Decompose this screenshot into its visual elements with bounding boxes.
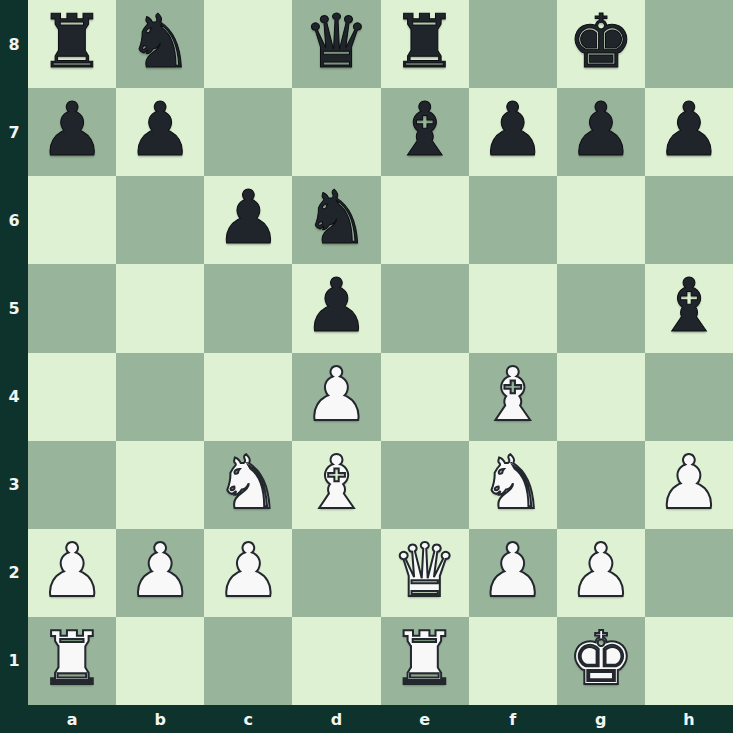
square-c3[interactable]: ♞ [204,441,292,529]
square-e4[interactable] [381,353,469,441]
square-f3[interactable]: ♞ [469,441,557,529]
square-g5[interactable] [557,264,645,352]
rank-label-8: 8 [0,0,28,88]
square-b4[interactable] [116,353,204,441]
rank-label-1: 1 [0,617,28,705]
white-pawn[interactable]: ♟ [568,533,634,607]
square-d3[interactable]: ♝ [292,441,380,529]
white-pawn[interactable]: ♟ [303,357,369,431]
rank-label-7: 7 [0,88,28,176]
square-d7[interactable] [292,88,380,176]
black-pawn[interactable]: ♟ [568,92,634,166]
black-king[interactable]: ♚ [568,4,634,78]
square-f4[interactable]: ♝ [469,353,557,441]
square-f6[interactable] [469,176,557,264]
square-g2[interactable]: ♟ [557,529,645,617]
black-knight[interactable]: ♞ [303,180,369,254]
square-d8[interactable]: ♛ [292,0,380,88]
square-e1[interactable]: ♜ [381,617,469,705]
square-h5[interactable]: ♝ [645,264,733,352]
square-h1[interactable] [645,617,733,705]
file-label-g: g [557,705,645,733]
square-b6[interactable] [116,176,204,264]
file-label-c: c [204,705,292,733]
square-g6[interactable] [557,176,645,264]
square-d6[interactable]: ♞ [292,176,380,264]
black-pawn[interactable]: ♟ [127,92,193,166]
square-g7[interactable]: ♟ [557,88,645,176]
rank-label-4: 4 [0,353,28,441]
square-e3[interactable] [381,441,469,529]
board-frame-corner [0,705,28,733]
rank-label-3: 3 [0,441,28,529]
square-a3[interactable] [28,441,116,529]
file-label-f: f [469,705,557,733]
black-pawn[interactable]: ♟ [215,180,281,254]
square-b2[interactable]: ♟ [116,529,204,617]
square-b1[interactable] [116,617,204,705]
file-label-h: h [645,705,733,733]
rank-label-6: 6 [0,176,28,264]
square-g1[interactable]: ♚ [557,617,645,705]
square-e8[interactable]: ♜ [381,0,469,88]
square-c7[interactable] [204,88,292,176]
square-a1[interactable]: ♜ [28,617,116,705]
black-bishop[interactable]: ♝ [656,268,722,342]
white-pawn[interactable]: ♟ [215,533,281,607]
square-a6[interactable] [28,176,116,264]
white-queen[interactable]: ♛ [391,533,457,607]
square-a4[interactable] [28,353,116,441]
square-e5[interactable] [381,264,469,352]
square-h8[interactable] [645,0,733,88]
white-bishop[interactable]: ♝ [303,445,369,519]
square-c4[interactable] [204,353,292,441]
square-h7[interactable]: ♟ [645,88,733,176]
square-e7[interactable]: ♝ [381,88,469,176]
square-f5[interactable] [469,264,557,352]
black-pawn[interactable]: ♟ [39,92,105,166]
file-label-e: e [381,705,469,733]
rank-label-2: 2 [0,529,28,617]
square-h3[interactable]: ♟ [645,441,733,529]
black-rook[interactable]: ♜ [39,4,105,78]
square-c8[interactable] [204,0,292,88]
file-label-d: d [292,705,380,733]
square-a2[interactable]: ♟ [28,529,116,617]
white-knight[interactable]: ♞ [480,445,546,519]
square-f2[interactable]: ♟ [469,529,557,617]
white-king[interactable]: ♚ [568,621,634,695]
square-f7[interactable]: ♟ [469,88,557,176]
square-a7[interactable]: ♟ [28,88,116,176]
square-c1[interactable] [204,617,292,705]
black-pawn[interactable]: ♟ [656,92,722,166]
square-h4[interactable] [645,353,733,441]
black-queen[interactable]: ♛ [303,4,369,78]
square-e6[interactable] [381,176,469,264]
white-pawn[interactable]: ♟ [656,445,722,519]
black-knight[interactable]: ♞ [127,4,193,78]
square-f8[interactable] [469,0,557,88]
black-pawn[interactable]: ♟ [303,268,369,342]
square-d5[interactable]: ♟ [292,264,380,352]
square-e2[interactable]: ♛ [381,529,469,617]
square-c5[interactable] [204,264,292,352]
rank-label-5: 5 [0,264,28,352]
square-a5[interactable] [28,264,116,352]
square-a8[interactable]: ♜ [28,0,116,88]
white-pawn[interactable]: ♟ [127,533,193,607]
black-bishop[interactable]: ♝ [391,92,457,166]
white-pawn[interactable]: ♟ [39,533,105,607]
square-g3[interactable] [557,441,645,529]
file-label-a: a [28,705,116,733]
chess-board: 8♜♞♛♜♚7♟♟♝♟♟♟6♟♞5♟♝4♟♝3♞♝♞♟2♟♟♟♛♟♟1♜♜♚ab… [0,0,733,733]
square-b5[interactable] [116,264,204,352]
white-rook[interactable]: ♜ [391,621,457,695]
square-g4[interactable] [557,353,645,441]
square-d1[interactable] [292,617,380,705]
black-rook[interactable]: ♜ [391,4,457,78]
square-c6[interactable]: ♟ [204,176,292,264]
square-b7[interactable]: ♟ [116,88,204,176]
square-c2[interactable]: ♟ [204,529,292,617]
white-rook[interactable]: ♜ [39,621,105,695]
square-h2[interactable] [645,529,733,617]
square-g8[interactable]: ♚ [557,0,645,88]
square-b8[interactable]: ♞ [116,0,204,88]
white-pawn[interactable]: ♟ [480,533,546,607]
file-label-b: b [116,705,204,733]
white-knight[interactable]: ♞ [215,445,281,519]
square-d4[interactable]: ♟ [292,353,380,441]
black-pawn[interactable]: ♟ [480,92,546,166]
white-bishop[interactable]: ♝ [480,357,546,431]
square-h6[interactable] [645,176,733,264]
square-d2[interactable] [292,529,380,617]
square-f1[interactable] [469,617,557,705]
square-b3[interactable] [116,441,204,529]
